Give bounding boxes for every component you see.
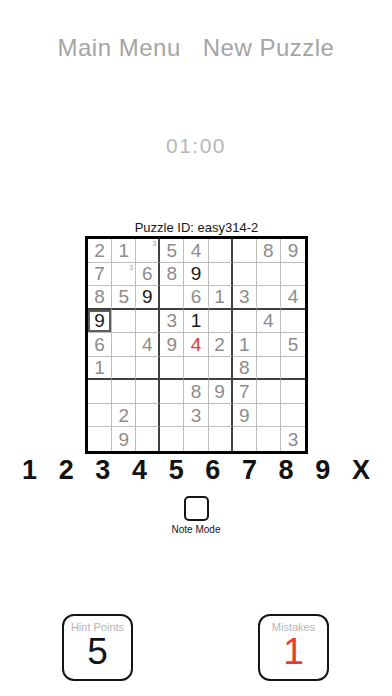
- cell-digit: 9: [142, 287, 153, 306]
- cell-digit: 9: [94, 311, 105, 330]
- cell-r1c7[interactable]: [233, 239, 257, 263]
- cell-r1c1[interactable]: 2: [88, 239, 112, 263]
- cell-digit: 3: [288, 430, 299, 449]
- cell-r9c1[interactable]: [88, 427, 112, 451]
- note-mode-checkbox[interactable]: [184, 496, 209, 521]
- cell-r2c5[interactable]: 9: [184, 263, 208, 287]
- cell-r4c4[interactable]: 3: [160, 310, 184, 334]
- key-1[interactable]: 1: [22, 457, 37, 484]
- cell-r8c3[interactable]: [136, 404, 160, 428]
- cell-digit: 1: [118, 241, 129, 260]
- cell-r3c9[interactable]: 4: [281, 286, 305, 310]
- cell-r3c1[interactable]: 8: [88, 286, 112, 310]
- key-2[interactable]: 2: [59, 457, 74, 484]
- cell-digit: 8: [191, 382, 202, 401]
- cell-r1c4[interactable]: 5: [160, 239, 184, 263]
- cell-r1c5[interactable]: 4: [184, 239, 208, 263]
- cell-digit: 3: [239, 287, 250, 306]
- cell-r1c8[interactable]: 8: [257, 239, 281, 263]
- cell-r3c7[interactable]: 3: [233, 286, 257, 310]
- game-timer: 01:00: [0, 134, 392, 158]
- cell-digit: 4: [288, 287, 299, 306]
- cell-r5c9[interactable]: 5: [281, 333, 305, 357]
- cell-digit: 9: [118, 430, 129, 449]
- cell-r7c9[interactable]: [281, 380, 305, 404]
- key-5[interactable]: 5: [169, 457, 184, 484]
- cell-r6c8[interactable]: [257, 357, 281, 381]
- cell-r7c5[interactable]: 8: [184, 380, 208, 404]
- cell-digit: 6: [94, 335, 105, 354]
- cell-r8c5[interactable]: 3: [184, 404, 208, 428]
- cell-digit: 4: [191, 335, 202, 354]
- cell-digit: 2: [118, 406, 129, 425]
- key-4[interactable]: 4: [132, 457, 147, 484]
- cell-r3c8[interactable]: [257, 286, 281, 310]
- cell-r6c9[interactable]: [281, 357, 305, 381]
- cell-r2c6[interactable]: [209, 263, 233, 287]
- cell-r9c3[interactable]: [136, 427, 160, 451]
- cell-digit: 8: [94, 287, 105, 306]
- cell-digit: 1: [191, 311, 202, 330]
- puzzle-id-label: Puzzle ID: easy314-2: [85, 220, 308, 235]
- cell-r3c4[interactable]: [160, 286, 184, 310]
- cell-r6c7[interactable]: 8: [233, 357, 257, 381]
- note-mode-label: Note Mode: [172, 524, 221, 535]
- cell-r4c2[interactable]: [112, 310, 136, 334]
- cell-r9c9[interactable]: 3: [281, 427, 305, 451]
- cell-r9c6[interactable]: [209, 427, 233, 451]
- cell-r4c6[interactable]: [209, 310, 233, 334]
- cell-digit: 6: [191, 287, 202, 306]
- cell-r5c7[interactable]: 1: [233, 333, 257, 357]
- cell-r5c1[interactable]: 6: [88, 333, 112, 357]
- cell-digit: 1: [239, 335, 250, 354]
- top-nav: Main Menu New Puzzle: [0, 34, 392, 62]
- cell-digit: 5: [118, 287, 129, 306]
- cell-digit: 8: [239, 358, 250, 377]
- cell-r6c3[interactable]: [136, 357, 160, 381]
- cell-r6c4[interactable]: [160, 357, 184, 381]
- cell-digit: 6: [142, 264, 153, 283]
- cell-digit: 9: [239, 406, 250, 425]
- cell-r4c8[interactable]: 4: [257, 310, 281, 334]
- cell-r7c6[interactable]: 9: [209, 380, 233, 404]
- cell-r9c5[interactable]: [184, 427, 208, 451]
- cell-digit: 7: [94, 264, 105, 283]
- cell-r2c9[interactable]: [281, 263, 305, 287]
- cell-r9c7[interactable]: [233, 427, 257, 451]
- cell-r1c6[interactable]: [209, 239, 233, 263]
- cell-digit: 3: [167, 311, 178, 330]
- cell-digit: 7: [239, 382, 250, 401]
- cell-r3c5[interactable]: 6: [184, 286, 208, 310]
- cell-digit: 4: [263, 311, 274, 330]
- key-7[interactable]: 7: [242, 457, 257, 484]
- cell-digit: 9: [288, 241, 299, 260]
- cell-r9c8[interactable]: [257, 427, 281, 451]
- cell-digit: 9: [167, 335, 178, 354]
- hint-points-box[interactable]: Hint Points 5: [62, 614, 133, 681]
- cell-r2c4[interactable]: 8: [160, 263, 184, 287]
- key-8[interactable]: 8: [279, 457, 294, 484]
- cell-r3c2[interactable]: 5: [112, 286, 136, 310]
- cell-r5c3[interactable]: 4: [136, 333, 160, 357]
- cell-r2c3[interactable]: 6: [136, 263, 160, 287]
- cell-digit: 2: [94, 241, 105, 260]
- cell-r6c2[interactable]: [112, 357, 136, 381]
- new-puzzle-button[interactable]: New Puzzle: [203, 34, 335, 62]
- cell-digit: 2: [214, 335, 225, 354]
- cell-r8c8[interactable]: [257, 404, 281, 428]
- note-mode-control: Note Mode: [0, 496, 392, 535]
- cell-r6c1[interactable]: 1: [88, 357, 112, 381]
- mistakes-value: 1: [260, 633, 327, 672]
- cell-r5c2[interactable]: [112, 333, 136, 357]
- cell-digit: 5: [167, 241, 178, 260]
- cell-digit: 5: [288, 335, 299, 354]
- cell-digit: 4: [142, 335, 153, 354]
- cell-digit: 9: [214, 382, 225, 401]
- cell-r8c7[interactable]: 9: [233, 404, 257, 428]
- cell-r5c6[interactable]: 2: [209, 333, 233, 357]
- cell-r4c3[interactable]: [136, 310, 160, 334]
- cell-r3c3[interactable]: 9: [136, 286, 160, 310]
- number-keypad: 123456789X: [0, 457, 392, 484]
- cell-r3c6[interactable]: 1: [209, 286, 233, 310]
- cell-r7c3[interactable]: [136, 380, 160, 404]
- cell-r1c9[interactable]: 9: [281, 239, 305, 263]
- cell-r8c9[interactable]: [281, 404, 305, 428]
- hint-points-value: 5: [64, 633, 131, 672]
- cell-r8c1[interactable]: [88, 404, 112, 428]
- sudoku-app: Main Menu New Puzzle 01:00 Puzzle ID: ea…: [0, 0, 392, 696]
- cell-r9c2[interactable]: 9: [112, 427, 136, 451]
- cell-digit: 1: [94, 358, 105, 377]
- cell-r4c1[interactable]: 9: [88, 310, 112, 334]
- cell-r2c7[interactable]: [233, 263, 257, 287]
- cell-r5c4[interactable]: 9: [160, 333, 184, 357]
- key-9[interactable]: 9: [315, 457, 330, 484]
- cell-note: 3: [129, 264, 133, 271]
- cell-r8c4[interactable]: [160, 404, 184, 428]
- cell-r4c7[interactable]: [233, 310, 257, 334]
- cell-digit: 8: [167, 264, 178, 283]
- cell-r7c1[interactable]: [88, 380, 112, 404]
- cell-r1c2[interactable]: 1: [112, 239, 136, 263]
- cell-r4c5[interactable]: 1: [184, 310, 208, 334]
- cell-r6c5[interactable]: [184, 357, 208, 381]
- cell-r8c2[interactable]: 2: [112, 404, 136, 428]
- key-6[interactable]: 6: [205, 457, 220, 484]
- cell-r7c7[interactable]: 7: [233, 380, 257, 404]
- cell-r2c8[interactable]: [257, 263, 281, 287]
- cell-r7c8[interactable]: [257, 380, 281, 404]
- cell-r5c5[interactable]: 4: [184, 333, 208, 357]
- main-menu-button[interactable]: Main Menu: [58, 34, 181, 62]
- cell-r6c6[interactable]: [209, 357, 233, 381]
- cell-digit: 1: [214, 287, 225, 306]
- cell-r2c2[interactable]: 3: [112, 263, 136, 287]
- cell-r9c4[interactable]: [160, 427, 184, 451]
- key-erase[interactable]: X: [352, 457, 370, 484]
- cell-r5c8[interactable]: [257, 333, 281, 357]
- key-3[interactable]: 3: [95, 457, 110, 484]
- sudoku-board: 2135489736898596134931464942151889723993: [85, 236, 308, 454]
- cell-r2c1[interactable]: 7: [88, 263, 112, 287]
- cell-r4c9[interactable]: [281, 310, 305, 334]
- cell-digit: 4: [191, 241, 202, 260]
- cell-r7c2[interactable]: [112, 380, 136, 404]
- cell-note: 3: [152, 240, 156, 247]
- cell-r7c4[interactable]: [160, 380, 184, 404]
- cell-r8c6[interactable]: [209, 404, 233, 428]
- cell-digit: 9: [191, 264, 202, 283]
- cell-r1c3[interactable]: 3: [136, 239, 160, 263]
- mistakes-box: Mistakes 1: [258, 614, 329, 681]
- cell-digit: 3: [191, 406, 202, 425]
- cell-digit: 8: [263, 241, 274, 260]
